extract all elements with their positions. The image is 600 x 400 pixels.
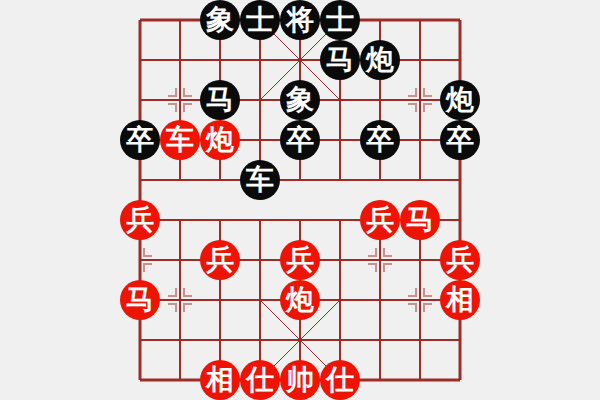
piece-red-soldier[interactable]: 兵 (200, 240, 240, 280)
piece-red-soldier[interactable]: 兵 (360, 200, 400, 240)
piece-red-soldier[interactable]: 兵 (280, 240, 320, 280)
piece-black-cannon[interactable]: 炮 (440, 80, 480, 120)
piece-red-chariot[interactable]: 车 (160, 120, 200, 160)
piece-black-soldier[interactable]: 卒 (360, 120, 400, 160)
piece-red-advisor[interactable]: 仕 (240, 360, 280, 400)
piece-grid[interactable]: 象士将士马炮马象炮卒车炮卒卒卒车兵兵马兵兵兵马炮相相仕帅仕 (120, 0, 480, 400)
piece-black-soldier[interactable]: 卒 (440, 120, 480, 160)
piece-black-horse[interactable]: 马 (320, 40, 360, 80)
piece-red-cannon[interactable]: 炮 (280, 280, 320, 320)
piece-black-horse[interactable]: 马 (200, 80, 240, 120)
piece-red-cannon[interactable]: 炮 (200, 120, 240, 160)
piece-red-soldier[interactable]: 兵 (120, 200, 160, 240)
piece-black-advisor[interactable]: 士 (240, 0, 280, 40)
piece-black-soldier[interactable]: 卒 (280, 120, 320, 160)
piece-red-elephant[interactable]: 相 (200, 360, 240, 400)
piece-red-horse[interactable]: 马 (120, 280, 160, 320)
piece-red-horse[interactable]: 马 (400, 200, 440, 240)
piece-red-soldier[interactable]: 兵 (440, 240, 480, 280)
piece-black-elephant[interactable]: 象 (200, 0, 240, 40)
piece-black-chariot[interactable]: 车 (240, 160, 280, 200)
xiangqi-board: 象士将士马炮马象炮卒车炮卒卒卒车兵兵马兵兵兵马炮相相仕帅仕 (0, 0, 600, 400)
piece-black-general[interactable]: 将 (280, 0, 320, 40)
piece-red-general[interactable]: 帅 (280, 360, 320, 400)
piece-red-elephant[interactable]: 相 (440, 280, 480, 320)
piece-black-advisor[interactable]: 士 (320, 0, 360, 40)
piece-black-soldier[interactable]: 卒 (120, 120, 160, 160)
piece-black-elephant[interactable]: 象 (280, 80, 320, 120)
piece-black-cannon[interactable]: 炮 (360, 40, 400, 80)
piece-red-advisor[interactable]: 仕 (320, 360, 360, 400)
